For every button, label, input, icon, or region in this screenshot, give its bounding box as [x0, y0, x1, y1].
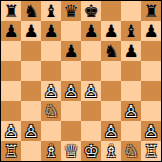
square-d3[interactable] [61, 101, 81, 121]
white-bishop[interactable]: ♗ [103, 141, 118, 161]
square-h8[interactable]: ♜ [141, 1, 161, 21]
square-f6[interactable]: ♞ [101, 41, 121, 61]
square-c1[interactable]: ♗ [41, 141, 61, 161]
square-a3[interactable] [1, 101, 21, 121]
white-rook[interactable]: ♖ [143, 141, 158, 161]
white-pawn[interactable]: ♙ [123, 101, 138, 121]
square-f5[interactable] [101, 61, 121, 81]
square-g8[interactable] [121, 1, 141, 21]
square-c8[interactable]: ♝ [41, 1, 61, 21]
square-f2[interactable]: ♙ [101, 121, 121, 141]
square-h7[interactable]: ♟ [141, 21, 161, 41]
square-a2[interactable]: ♙ [1, 121, 21, 141]
square-a7[interactable]: ♟ [1, 21, 21, 41]
square-d6[interactable]: ♟ [61, 41, 81, 61]
square-b5[interactable] [21, 61, 41, 81]
square-h3[interactable] [141, 101, 161, 121]
white-pawn[interactable]: ♙ [63, 81, 78, 101]
black-pawn[interactable]: ♟ [123, 41, 138, 61]
square-h2[interactable]: ♙ [141, 121, 161, 141]
square-e2[interactable] [81, 121, 101, 141]
square-d8[interactable]: ♛ [61, 1, 81, 21]
black-knight[interactable]: ♞ [23, 1, 38, 21]
square-d1[interactable]: ♕ [61, 141, 81, 161]
black-pawn[interactable]: ♟ [43, 21, 58, 41]
white-king[interactable]: ♔ [83, 141, 98, 161]
square-e4[interactable]: ♙ [81, 81, 101, 101]
white-pawn[interactable]: ♙ [43, 81, 58, 101]
square-g3[interactable]: ♙ [121, 101, 141, 121]
square-g4[interactable] [121, 81, 141, 101]
white-knight[interactable]: ♘ [123, 141, 138, 161]
square-d2[interactable] [61, 121, 81, 141]
square-d4[interactable]: ♙ [61, 81, 81, 101]
square-b7[interactable]: ♟ [21, 21, 41, 41]
square-b1[interactable] [21, 141, 41, 161]
square-g2[interactable] [121, 121, 141, 141]
square-c4[interactable]: ♙ [41, 81, 61, 101]
white-pawn[interactable]: ♙ [103, 121, 118, 141]
black-pawn[interactable]: ♟ [143, 21, 158, 41]
square-a8[interactable]: ♜ [1, 1, 21, 21]
square-b2[interactable]: ♙ [21, 121, 41, 141]
black-pawn[interactable]: ♟ [63, 41, 78, 61]
square-a1[interactable]: ♖ [1, 141, 21, 161]
square-b6[interactable] [21, 41, 41, 61]
white-knight[interactable]: ♘ [43, 101, 58, 121]
black-rook[interactable]: ♜ [3, 1, 18, 21]
square-b3[interactable] [21, 101, 41, 121]
square-h4[interactable] [141, 81, 161, 101]
black-bishop[interactable]: ♝ [123, 21, 138, 41]
square-g6[interactable]: ♟ [121, 41, 141, 61]
square-b8[interactable]: ♞ [21, 1, 41, 21]
square-g1[interactable]: ♘ [121, 141, 141, 161]
black-pawn[interactable]: ♟ [23, 21, 38, 41]
square-g7[interactable]: ♝ [121, 21, 141, 41]
white-pawn[interactable]: ♙ [3, 121, 18, 141]
square-a4[interactable] [1, 81, 21, 101]
black-bishop[interactable]: ♝ [43, 1, 58, 21]
black-knight[interactable]: ♞ [103, 41, 118, 61]
black-pawn[interactable]: ♟ [3, 21, 18, 41]
black-queen[interactable]: ♛ [63, 1, 78, 21]
black-pawn[interactable]: ♟ [83, 21, 98, 41]
square-a6[interactable] [1, 41, 21, 61]
chess-board: ♜♞♝♛♚♜♟♟♟♟♟♝♟♟♞♟♙♙♙♘♙♙♙♙♙♖♗♕♔♗♘♖ [0, 0, 162, 162]
square-g5[interactable] [121, 61, 141, 81]
square-f7[interactable]: ♟ [101, 21, 121, 41]
square-f8[interactable] [101, 1, 121, 21]
square-c7[interactable]: ♟ [41, 21, 61, 41]
black-rook[interactable]: ♜ [143, 1, 158, 21]
square-h1[interactable]: ♖ [141, 141, 161, 161]
square-h6[interactable] [141, 41, 161, 61]
square-c3[interactable]: ♘ [41, 101, 61, 121]
square-c5[interactable] [41, 61, 61, 81]
square-b4[interactable] [21, 81, 41, 101]
square-h5[interactable] [141, 61, 161, 81]
chess-board-wrap: ♜♞♝♛♚♜♟♟♟♟♟♝♟♟♞♟♙♙♙♘♙♙♙♙♙♖♗♕♔♗♘♖ [0, 0, 162, 162]
black-king[interactable]: ♚ [83, 1, 98, 21]
square-f4[interactable] [101, 81, 121, 101]
square-c6[interactable] [41, 41, 61, 61]
square-f1[interactable]: ♗ [101, 141, 121, 161]
square-e7[interactable]: ♟ [81, 21, 101, 41]
black-pawn[interactable]: ♟ [103, 21, 118, 41]
white-queen[interactable]: ♕ [63, 141, 78, 161]
white-rook[interactable]: ♖ [3, 141, 18, 161]
white-pawn[interactable]: ♙ [143, 121, 158, 141]
square-e3[interactable] [81, 101, 101, 121]
square-d5[interactable] [61, 61, 81, 81]
white-bishop[interactable]: ♗ [43, 141, 58, 161]
square-e8[interactable]: ♚ [81, 1, 101, 21]
square-e5[interactable] [81, 61, 101, 81]
square-f3[interactable] [101, 101, 121, 121]
white-pawn[interactable]: ♙ [23, 121, 38, 141]
square-d7[interactable] [61, 21, 81, 41]
white-pawn[interactable]: ♙ [83, 81, 98, 101]
square-a5[interactable] [1, 61, 21, 81]
square-e6[interactable] [81, 41, 101, 61]
square-c2[interactable] [41, 121, 61, 141]
square-e1[interactable]: ♔ [81, 141, 101, 161]
